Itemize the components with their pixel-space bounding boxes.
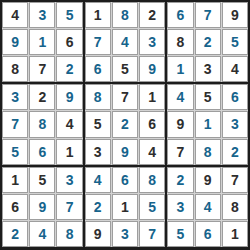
box: 456913782 — [167, 84, 248, 164]
cell-r3c8[interactable]: 3 — [195, 56, 221, 82]
cell-r9c4[interactable]: 9 — [85, 221, 111, 247]
box: 435916872 — [2, 2, 83, 82]
box: 329784561 — [2, 84, 83, 164]
cell-r3c2[interactable]: 7 — [29, 56, 55, 82]
cell-r5c9[interactable]: 3 — [222, 111, 248, 137]
cell-r9c8[interactable]: 6 — [195, 221, 221, 247]
cell-r9c7[interactable]: 5 — [167, 221, 193, 247]
box: 182743659 — [85, 2, 166, 82]
cell-r6c9[interactable]: 2 — [222, 139, 248, 165]
cell-r3c1[interactable]: 8 — [2, 56, 28, 82]
cell-r1c9[interactable]: 9 — [222, 2, 248, 28]
cell-r2c4[interactable]: 7 — [85, 29, 111, 55]
cell-r3c6[interactable]: 9 — [139, 56, 165, 82]
cell-r6c8[interactable]: 8 — [195, 139, 221, 165]
cell-r2c5[interactable]: 4 — [112, 29, 138, 55]
cell-r3c7[interactable]: 1 — [167, 56, 193, 82]
cell-r7c5[interactable]: 6 — [112, 167, 138, 193]
cell-r1c8[interactable]: 7 — [195, 2, 221, 28]
cell-r1c4[interactable]: 1 — [85, 2, 111, 28]
cell-r5c4[interactable]: 5 — [85, 111, 111, 137]
cell-r6c2[interactable]: 6 — [29, 139, 55, 165]
cell-r9c1[interactable]: 2 — [2, 221, 28, 247]
cell-r9c6[interactable]: 7 — [139, 221, 165, 247]
cell-r2c2[interactable]: 1 — [29, 29, 55, 55]
cell-r4c8[interactable]: 5 — [195, 84, 221, 110]
cell-r1c6[interactable]: 2 — [139, 2, 165, 28]
cell-r5c7[interactable]: 9 — [167, 111, 193, 137]
cell-r9c3[interactable]: 8 — [56, 221, 82, 247]
cell-r2c1[interactable]: 9 — [2, 29, 28, 55]
cell-r5c3[interactable]: 4 — [56, 111, 82, 137]
cell-r2c6[interactable]: 3 — [139, 29, 165, 55]
cell-r8c6[interactable]: 5 — [139, 194, 165, 220]
cell-r7c6[interactable]: 8 — [139, 167, 165, 193]
cell-r6c6[interactable]: 4 — [139, 139, 165, 165]
cell-r7c9[interactable]: 7 — [222, 167, 248, 193]
box: 468215937 — [85, 167, 166, 247]
box: 679825134 — [167, 2, 248, 82]
cell-r7c3[interactable]: 3 — [56, 167, 82, 193]
cell-r8c9[interactable]: 8 — [222, 194, 248, 220]
cell-r4c4[interactable]: 8 — [85, 84, 111, 110]
sudoku-board: 435916872 182743659 679825134 329784561 … — [0, 0, 250, 250]
cell-r8c3[interactable]: 7 — [56, 194, 82, 220]
cell-r5c5[interactable]: 2 — [112, 111, 138, 137]
cell-r4c3[interactable]: 9 — [56, 84, 82, 110]
cell-r3c4[interactable]: 6 — [85, 56, 111, 82]
cell-r8c5[interactable]: 1 — [112, 194, 138, 220]
cell-r5c1[interactable]: 7 — [2, 111, 28, 137]
cell-r4c6[interactable]: 1 — [139, 84, 165, 110]
cell-r1c5[interactable]: 8 — [112, 2, 138, 28]
cell-r8c7[interactable]: 3 — [167, 194, 193, 220]
cell-r5c2[interactable]: 8 — [29, 111, 55, 137]
cell-r6c1[interactable]: 5 — [2, 139, 28, 165]
cell-r5c6[interactable]: 6 — [139, 111, 165, 137]
cell-r2c9[interactable]: 5 — [222, 29, 248, 55]
cell-r8c4[interactable]: 2 — [85, 194, 111, 220]
cell-r4c7[interactable]: 4 — [167, 84, 193, 110]
cell-r2c7[interactable]: 8 — [167, 29, 193, 55]
cell-r7c4[interactable]: 4 — [85, 167, 111, 193]
cell-r8c2[interactable]: 9 — [29, 194, 55, 220]
cell-r9c9[interactable]: 1 — [222, 221, 248, 247]
cell-r1c2[interactable]: 3 — [29, 2, 55, 28]
cell-r1c1[interactable]: 4 — [2, 2, 28, 28]
cell-r6c4[interactable]: 3 — [85, 139, 111, 165]
cell-r4c1[interactable]: 3 — [2, 84, 28, 110]
cell-r4c5[interactable]: 7 — [112, 84, 138, 110]
cell-r6c3[interactable]: 1 — [56, 139, 82, 165]
cell-r4c2[interactable]: 2 — [29, 84, 55, 110]
cell-r7c8[interactable]: 9 — [195, 167, 221, 193]
cell-r8c8[interactable]: 4 — [195, 194, 221, 220]
cell-r5c8[interactable]: 1 — [195, 111, 221, 137]
cell-r6c7[interactable]: 7 — [167, 139, 193, 165]
cell-r9c2[interactable]: 4 — [29, 221, 55, 247]
cell-r2c8[interactable]: 2 — [195, 29, 221, 55]
box: 153697248 — [2, 167, 83, 247]
cell-r1c3[interactable]: 5 — [56, 2, 82, 28]
cell-r3c9[interactable]: 4 — [222, 56, 248, 82]
cell-r7c2[interactable]: 5 — [29, 167, 55, 193]
cell-r9c5[interactable]: 3 — [112, 221, 138, 247]
cell-r4c9[interactable]: 6 — [222, 84, 248, 110]
cell-r3c3[interactable]: 2 — [56, 56, 82, 82]
box: 871526394 — [85, 84, 166, 164]
cell-r6c5[interactable]: 9 — [112, 139, 138, 165]
cell-r3c5[interactable]: 5 — [112, 56, 138, 82]
cell-r7c7[interactable]: 2 — [167, 167, 193, 193]
cell-r1c7[interactable]: 6 — [167, 2, 193, 28]
cell-r7c1[interactable]: 1 — [2, 167, 28, 193]
cell-r8c1[interactable]: 6 — [2, 194, 28, 220]
cell-r2c3[interactable]: 6 — [56, 29, 82, 55]
box: 297348561 — [167, 167, 248, 247]
